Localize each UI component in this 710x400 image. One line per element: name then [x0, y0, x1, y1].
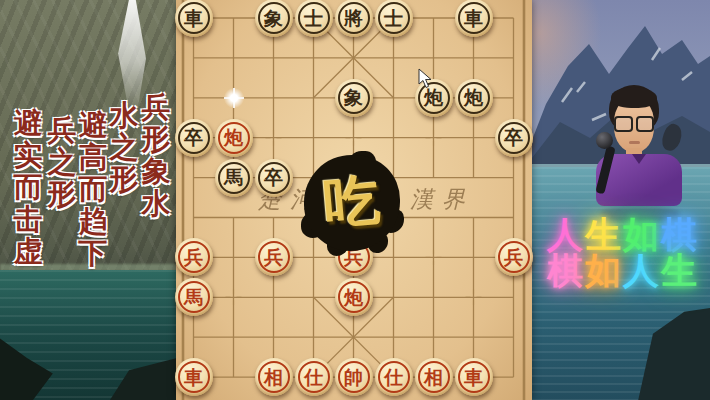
piece-glyph: 象 [338, 82, 370, 114]
streamer-mouth [629, 141, 640, 144]
piece-glyph: 卒 [258, 162, 290, 194]
piece-red-chariot[interactable]: 車 [175, 358, 213, 396]
mouse-cursor [418, 68, 433, 89]
calligraphy-char: 象 [139, 155, 173, 187]
calligraphy-column: 兵形象水 [139, 91, 173, 219]
piece-red-soldier[interactable]: 兵 [255, 238, 293, 276]
calligraphy-char: 兵 [45, 114, 79, 146]
piece-red-horse[interactable]: 馬 [175, 278, 213, 316]
xiangqi-board[interactable]: 楚河 漢界 車象士將士車象炮炮卒炮卒馬卒兵兵兵兵馬炮車相仕帥仕相車 吃 [176, 0, 532, 400]
piece-glyph: 車 [178, 2, 210, 34]
neon-char: 人 [623, 249, 661, 291]
piece-black-elephant[interactable]: 象 [255, 0, 293, 37]
piece-red-general[interactable]: 帥 [335, 358, 373, 396]
calligraphy-char: 趋 [76, 205, 110, 237]
calligraphy-char: 击 [11, 203, 45, 235]
piece-glyph: 將 [338, 2, 370, 34]
calligraphy-column: 兵之形 [45, 114, 79, 210]
piece-glyph: 卒 [498, 122, 530, 154]
streamer-hair-fringe [611, 87, 657, 108]
calligraphy-char: 形 [107, 163, 141, 195]
piece-red-soldier[interactable]: 兵 [175, 238, 213, 276]
piece-black-cannon[interactable]: 炮 [455, 79, 493, 117]
capture-banner-text: 吃 [321, 163, 383, 244]
piece-glyph: 車 [458, 361, 490, 393]
piece-black-general[interactable]: 將 [335, 0, 373, 37]
calligraphy-char: 水 [139, 187, 173, 219]
piece-black-elephant[interactable]: 象 [335, 79, 373, 117]
calligraphy-char: 虚 [11, 235, 45, 267]
neon-char: 棋 [547, 249, 585, 291]
piece-glyph: 卒 [178, 122, 210, 154]
piece-black-chariot[interactable]: 車 [175, 0, 213, 37]
river-label-han-jie: 漢界 [410, 184, 474, 215]
calligraphy-char: 水 [107, 99, 141, 131]
piece-red-cannon[interactable]: 炮 [215, 119, 253, 157]
calligraphy-char: 而 [11, 171, 45, 203]
piece-red-cannon[interactable]: 炮 [335, 278, 373, 316]
piece-glyph: 炮 [458, 82, 490, 114]
piece-black-chariot[interactable]: 車 [455, 0, 493, 37]
capture-animation: 吃 [297, 148, 407, 258]
piece-black-soldier[interactable]: 卒 [255, 159, 293, 197]
calligraphy-char: 实 [11, 139, 45, 171]
piece-glyph: 相 [258, 361, 290, 393]
microphone-icon [596, 132, 613, 149]
calligraphy-column: 水之形 [107, 99, 141, 195]
piece-black-soldier[interactable]: 卒 [175, 119, 213, 157]
calligraphy-char: 形 [45, 178, 79, 210]
glasses-lens [636, 116, 655, 132]
piece-red-advisor[interactable]: 仕 [295, 358, 333, 396]
calligraphy-column: 避实而击虚 [11, 107, 45, 267]
neon-caption-line-2: 棋如人生 [536, 247, 710, 296]
calligraphy-column: 避高而趋下 [76, 109, 110, 269]
piece-black-advisor[interactable]: 士 [375, 0, 413, 37]
piece-glyph: 象 [258, 2, 290, 34]
piece-glyph: 士 [298, 2, 330, 34]
piece-glyph: 士 [378, 2, 410, 34]
calligraphy-char: 之 [107, 131, 141, 163]
piece-glyph: 兵 [258, 241, 290, 273]
calligraphy-char: 下 [76, 237, 110, 269]
piece-glyph: 兵 [178, 241, 210, 273]
glasses-lens [614, 116, 633, 132]
neon-char: 生 [661, 249, 699, 291]
last-move-marker [224, 88, 244, 108]
piece-red-advisor[interactable]: 仕 [375, 358, 413, 396]
piece-glyph: 兵 [498, 241, 530, 273]
piece-glyph: 帥 [338, 361, 370, 393]
piece-black-horse[interactable]: 馬 [215, 159, 253, 197]
piece-glyph: 仕 [298, 361, 330, 393]
piece-black-advisor[interactable]: 士 [295, 0, 333, 37]
piece-glyph: 馬 [178, 281, 210, 313]
piece-red-soldier[interactable]: 兵 [495, 238, 533, 276]
piece-red-elephant[interactable]: 相 [415, 358, 453, 396]
piece-red-chariot[interactable]: 車 [455, 358, 493, 396]
calligraphy-char: 避 [11, 107, 45, 139]
piece-glyph: 炮 [218, 122, 250, 154]
piece-black-soldier[interactable]: 卒 [495, 119, 533, 157]
piece-glyph: 炮 [338, 281, 370, 313]
glasses [614, 116, 654, 132]
piece-glyph: 車 [458, 2, 490, 34]
calligraphy-char: 高 [76, 141, 110, 173]
piece-glyph: 馬 [218, 162, 250, 194]
piece-glyph: 車 [178, 361, 210, 393]
piece-glyph: 仕 [378, 361, 410, 393]
calligraphy-char: 形 [139, 123, 173, 155]
calligraphy-char: 而 [76, 173, 110, 205]
calligraphy-char: 之 [45, 146, 79, 178]
neon-char: 如 [585, 249, 623, 291]
calligraphy-char: 避 [76, 109, 110, 141]
piece-red-elephant[interactable]: 相 [255, 358, 293, 396]
calligraphy-char: 兵 [139, 91, 173, 123]
piece-glyph: 相 [418, 361, 450, 393]
stream-scene: 楚河 漢界 車象士將士車象炮炮卒炮卒馬卒兵兵兵兵馬炮車相仕帥仕相車 吃 兵形象水… [0, 0, 710, 400]
